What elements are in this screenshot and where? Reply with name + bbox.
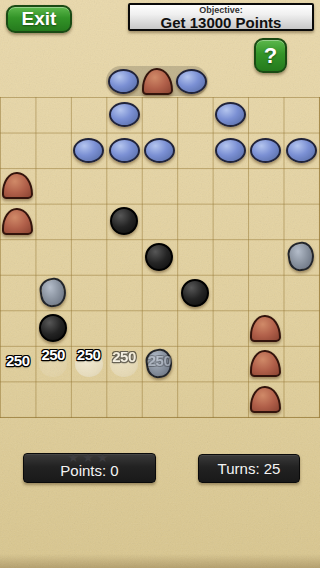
board-cell[interactable]	[248, 275, 283, 311]
objective-label: Objective:	[199, 5, 243, 15]
next-stones-tray	[106, 66, 208, 96]
board-cell[interactable]	[284, 310, 319, 346]
next-stone-blue	[176, 69, 207, 94]
score-popup: 250	[148, 352, 172, 369]
board-cell[interactable]	[248, 239, 283, 275]
board-cell[interactable]	[248, 204, 283, 240]
board-cell[interactable]	[35, 310, 70, 346]
stone-blue[interactable]	[73, 138, 104, 163]
stone-brown[interactable]	[2, 172, 33, 199]
board-cell[interactable]	[213, 97, 248, 133]
board-cell[interactable]	[213, 133, 248, 169]
stone-blue[interactable]	[286, 138, 317, 163]
board-cell[interactable]	[71, 310, 106, 346]
board-cell[interactable]	[35, 275, 70, 311]
board-cell[interactable]	[177, 275, 212, 311]
stone-gray[interactable]	[38, 276, 68, 308]
board-cell[interactable]: 250	[106, 346, 141, 382]
board-cell[interactable]	[71, 239, 106, 275]
board-cell[interactable]	[106, 204, 141, 240]
board-cell[interactable]	[284, 168, 319, 204]
board-cell[interactable]	[284, 381, 319, 417]
board-cell[interactable]	[106, 97, 141, 133]
stone-blue[interactable]	[144, 138, 175, 163]
board-cell[interactable]	[284, 346, 319, 382]
board-cell[interactable]	[248, 133, 283, 169]
score-popup: 250	[6, 352, 30, 369]
board-cell[interactable]	[106, 310, 141, 346]
board-cell[interactable]	[284, 275, 319, 311]
board-cell[interactable]	[106, 239, 141, 275]
stone-blue[interactable]	[250, 138, 281, 163]
game-screen: Exit Objective: Get 13000 Points ? 25025…	[0, 0, 320, 568]
stone-gray[interactable]	[286, 241, 316, 273]
stone-brown[interactable]	[250, 350, 281, 377]
exit-button[interactable]: Exit	[6, 5, 72, 33]
board-cell[interactable]	[0, 275, 35, 311]
board-cell[interactable]	[0, 97, 35, 133]
board-cell[interactable]	[284, 97, 319, 133]
turns-value: Turns: 25	[218, 461, 281, 477]
points-bar: ★★★ Points: 0	[23, 453, 156, 483]
score-popup: 250	[112, 348, 136, 365]
board-cell[interactable]	[142, 381, 177, 417]
board-cell[interactable]	[71, 204, 106, 240]
board-cell[interactable]	[71, 97, 106, 133]
score-popup: 250	[41, 346, 65, 363]
board-cell[interactable]	[142, 239, 177, 275]
board-cell[interactable]	[35, 204, 70, 240]
board-cell[interactable]	[177, 310, 212, 346]
board-cell[interactable]	[142, 133, 177, 169]
board-cell[interactable]	[0, 204, 35, 240]
board-cell[interactable]	[213, 239, 248, 275]
board-cell[interactable]	[0, 381, 35, 417]
stone-black[interactable]	[39, 314, 67, 342]
board-cell[interactable]	[177, 204, 212, 240]
board-cell[interactable]: 250	[71, 346, 106, 382]
board-cell[interactable]	[213, 310, 248, 346]
board: 250250250250250	[0, 97, 320, 418]
stone-brown[interactable]	[250, 315, 281, 342]
board-cell[interactable]: 250	[142, 346, 177, 382]
board-cell[interactable]	[177, 97, 212, 133]
stone-brown[interactable]	[250, 386, 281, 413]
board-cell[interactable]	[248, 346, 283, 382]
board-cell[interactable]	[142, 310, 177, 346]
board-cell[interactable]	[213, 381, 248, 417]
board-cell[interactable]	[177, 239, 212, 275]
stars-icon: ★★★	[68, 453, 112, 462]
board-cell[interactable]	[284, 204, 319, 240]
board-cell[interactable]	[0, 133, 35, 169]
board-cell[interactable]	[284, 239, 319, 275]
board-cell[interactable]	[248, 97, 283, 133]
next-stone-brown	[142, 68, 173, 95]
board-cell[interactable]	[177, 381, 212, 417]
score-popup: 250	[77, 346, 101, 363]
board-cell[interactable]	[106, 168, 141, 204]
objective-text: Get 13000 Points	[161, 15, 282, 30]
objective-panel: Objective: Get 13000 Points	[128, 3, 314, 31]
board-cell[interactable]	[177, 133, 212, 169]
board-cell[interactable]	[71, 168, 106, 204]
board-cell[interactable]	[213, 346, 248, 382]
help-button[interactable]: ?	[254, 38, 287, 73]
board-cell[interactable]: 250	[35, 346, 70, 382]
board-cell[interactable]: 250	[0, 346, 35, 382]
board-cell[interactable]	[248, 310, 283, 346]
stone-blue[interactable]	[109, 138, 140, 163]
stone-black[interactable]	[181, 279, 209, 307]
board-cell[interactable]	[35, 133, 70, 169]
board-cell[interactable]	[35, 239, 70, 275]
bottom-shade	[0, 554, 320, 568]
board-cell[interactable]	[177, 168, 212, 204]
stone-black[interactable]	[145, 243, 173, 271]
board-cell[interactable]	[0, 239, 35, 275]
board-cell[interactable]	[142, 204, 177, 240]
stone-blue[interactable]	[109, 102, 140, 127]
board-cell[interactable]	[0, 310, 35, 346]
board-cell[interactable]	[35, 97, 70, 133]
board-cell[interactable]	[71, 133, 106, 169]
board-cell[interactable]	[71, 275, 106, 311]
board-cell[interactable]	[106, 275, 141, 311]
board-cell[interactable]	[142, 168, 177, 204]
stone-black[interactable]	[110, 207, 138, 235]
board-cell[interactable]	[106, 133, 141, 169]
board-cell[interactable]	[177, 346, 212, 382]
points-value: Points: 0	[60, 462, 118, 480]
board-cell[interactable]	[213, 168, 248, 204]
board-cell[interactable]	[213, 204, 248, 240]
stone-brown[interactable]	[2, 208, 33, 235]
board-cell[interactable]	[35, 381, 70, 417]
board-cell[interactable]	[106, 381, 141, 417]
board-cell[interactable]	[0, 168, 35, 204]
board-cell[interactable]	[142, 97, 177, 133]
board-cell[interactable]	[248, 381, 283, 417]
next-stone-blue	[108, 69, 139, 94]
board-cell[interactable]	[35, 168, 70, 204]
board-cell[interactable]	[71, 381, 106, 417]
board-cell[interactable]	[213, 275, 248, 311]
board-cell[interactable]	[248, 168, 283, 204]
stone-blue[interactable]	[215, 138, 246, 163]
board-cell[interactable]	[142, 275, 177, 311]
stone-blue[interactable]	[215, 102, 246, 127]
turns-bar: Turns: 25	[198, 454, 300, 483]
board-cell[interactable]	[284, 133, 319, 169]
